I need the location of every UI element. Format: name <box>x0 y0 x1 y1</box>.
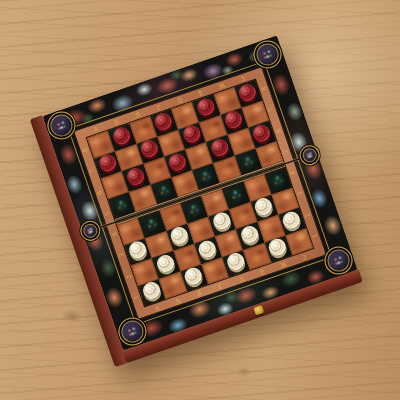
checkers-board-box: АБВГДЕЖЗ АБВГДЕЖЗ 87654321 87654321 <box>42 35 357 350</box>
white-checker <box>211 210 233 232</box>
white-checker <box>253 196 275 218</box>
red-checker <box>167 151 189 173</box>
red-checker <box>125 166 147 188</box>
white-checker <box>197 238 219 260</box>
white-checker <box>183 266 205 288</box>
red-checker <box>209 137 231 159</box>
white-checker <box>239 224 261 246</box>
white-checker <box>155 253 177 275</box>
white-checker <box>267 237 289 259</box>
red-checker <box>139 138 161 160</box>
red-checker <box>223 109 245 131</box>
white-checker <box>169 225 191 247</box>
board-shadow-wrap: АБВГДЕЖЗ АБВГДЕЖЗ 87654321 87654321 <box>0 0 400 400</box>
red-checker <box>181 123 203 145</box>
white-checker <box>225 251 247 273</box>
brass-clasp-icon <box>253 305 264 315</box>
